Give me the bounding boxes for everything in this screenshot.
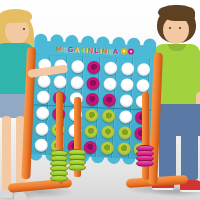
empty-hole [119, 94, 133, 108]
girl-hair-fringe [0, 9, 32, 23]
pink-spare-ring [136, 160, 154, 167]
cell-r2c4 [87, 76, 101, 90]
boy-eye [179, 27, 181, 29]
green-disc [101, 125, 115, 139]
logo-ring-icon [121, 48, 127, 54]
empty-hole [36, 90, 50, 104]
green-disc [101, 141, 115, 155]
pink-disc [86, 92, 100, 106]
green-disc [102, 109, 116, 123]
empty-hole [118, 110, 132, 124]
empty-hole [36, 106, 50, 120]
girl-eye [23, 28, 25, 30]
boy-leg [181, 132, 198, 180]
cell-r2c7 [136, 78, 150, 92]
cell-r1c4 [87, 60, 101, 74]
empty-hole [70, 76, 84, 90]
boy-leg [159, 132, 176, 180]
title-letter: G [68, 45, 74, 52]
cell-r6c4 [84, 140, 98, 154]
empty-hole [137, 62, 151, 76]
cell-r2c3 [70, 76, 84, 90]
boy-eye [169, 27, 171, 29]
cell-r6c5 [101, 141, 115, 155]
title-letter: N [88, 46, 94, 53]
game-title: MEGA 4 IN LINEA [56, 45, 119, 55]
cell-r6c6 [117, 142, 131, 156]
pink-ring-stack [136, 147, 154, 167]
green-ring-stack [50, 152, 68, 182]
cell-r3c6 [119, 94, 133, 108]
title-letter: 4 [80, 46, 84, 53]
cell-r4c5 [102, 109, 116, 123]
cell-r6c1 [34, 138, 48, 152]
pink-disc [87, 76, 101, 90]
empty-hole [34, 138, 48, 152]
cell-r1c5 [104, 61, 118, 75]
cell-r2c2 [54, 75, 68, 89]
title-letter: M [56, 45, 62, 52]
empty-hole [104, 61, 118, 75]
cell-r2c5 [103, 77, 117, 91]
empty-hole [71, 60, 85, 74]
girl-shoe [14, 192, 27, 200]
title-letter: A [113, 47, 119, 54]
cell-r2c6 [120, 78, 134, 92]
empty-hole [35, 122, 49, 136]
green-disc [85, 124, 99, 138]
logo-rings [121, 48, 134, 55]
title-letter: N [102, 47, 108, 54]
product-photo-scene: MEGA 4 IN LINEA [0, 0, 200, 200]
boy-hair-fringe [158, 5, 195, 21]
pink-disc [87, 60, 101, 74]
green-spare-ring [50, 175, 68, 182]
connect-four-board: MEGA 4 IN LINEA [24, 33, 161, 191]
cell-r1c3 [71, 60, 85, 74]
green-disc [117, 142, 131, 156]
empty-hole [54, 75, 68, 89]
logo-ring-icon [128, 48, 134, 54]
title-letter: A [74, 46, 80, 53]
cell-r5c5 [101, 125, 115, 139]
cell-r5c6 [118, 126, 132, 140]
cell-r3c4 [86, 92, 100, 106]
cell-r4c4 [85, 108, 99, 122]
cell-r4c1 [36, 106, 50, 120]
green-ring-stack [68, 151, 86, 171]
empty-hole [103, 77, 117, 91]
pink-disc [84, 140, 98, 154]
cell-r3c1 [36, 90, 50, 104]
green-spare-ring [68, 164, 86, 171]
empty-hole [121, 62, 135, 76]
cell-r5c4 [85, 124, 99, 138]
cell-r4c6 [118, 110, 132, 124]
cell-r5c1 [35, 122, 49, 136]
green-disc [118, 126, 132, 140]
girl-leg [2, 116, 11, 194]
cell-r1c6 [121, 62, 135, 76]
empty-hole [120, 78, 134, 92]
empty-hole [136, 78, 150, 92]
cell-r3c5 [103, 93, 117, 107]
pink-disc [103, 93, 117, 107]
cell-r1c7 [137, 62, 151, 76]
green-disc [85, 108, 99, 122]
